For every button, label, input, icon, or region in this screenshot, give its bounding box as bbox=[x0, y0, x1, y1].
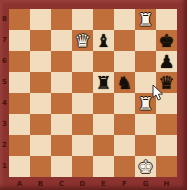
rank-label-7: 7 bbox=[0, 30, 9, 51]
square-e1[interactable] bbox=[93, 156, 114, 177]
square-c5[interactable] bbox=[51, 72, 72, 93]
black-rook-e5[interactable]: ♜ bbox=[93, 72, 114, 93]
square-c6[interactable] bbox=[51, 51, 72, 72]
file-label-c: C bbox=[51, 178, 72, 190]
square-e5[interactable]: ♜ bbox=[93, 72, 114, 93]
square-d3[interactable] bbox=[72, 114, 93, 135]
square-h2[interactable] bbox=[156, 135, 177, 156]
square-b5[interactable] bbox=[30, 72, 51, 93]
square-c8[interactable] bbox=[51, 9, 72, 30]
square-c4[interactable] bbox=[51, 93, 72, 114]
square-g6[interactable] bbox=[135, 51, 156, 72]
square-c3[interactable] bbox=[51, 114, 72, 135]
square-h3[interactable] bbox=[156, 114, 177, 135]
square-f6[interactable] bbox=[114, 51, 135, 72]
square-b2[interactable] bbox=[30, 135, 51, 156]
square-d1[interactable] bbox=[72, 156, 93, 177]
square-e6[interactable] bbox=[93, 51, 114, 72]
square-g1[interactable]: ♚ bbox=[135, 156, 156, 177]
square-e4[interactable] bbox=[93, 93, 114, 114]
square-b6[interactable] bbox=[30, 51, 51, 72]
black-knight-f5[interactable]: ♞ bbox=[114, 72, 135, 93]
square-h6[interactable]: ♟ bbox=[156, 51, 177, 72]
square-g4[interactable]: ♜ bbox=[135, 93, 156, 114]
square-c2[interactable] bbox=[51, 135, 72, 156]
square-a7[interactable] bbox=[9, 30, 30, 51]
black-queen-h5[interactable]: ♛ bbox=[156, 72, 177, 93]
square-f3[interactable] bbox=[114, 114, 135, 135]
square-h8[interactable] bbox=[156, 9, 177, 30]
rank-label-1: 1 bbox=[0, 156, 9, 177]
square-c7[interactable] bbox=[51, 30, 72, 51]
chess-board-frame: ♜♛♝♚♟♜♞♛♜♚ 87654321 ABCDEFGH bbox=[0, 0, 187, 190]
square-b7[interactable] bbox=[30, 30, 51, 51]
square-f4[interactable] bbox=[114, 93, 135, 114]
square-f7[interactable] bbox=[114, 30, 135, 51]
square-b1[interactable] bbox=[30, 156, 51, 177]
file-label-h: H bbox=[156, 178, 177, 190]
square-h5[interactable]: ♛ bbox=[156, 72, 177, 93]
square-d6[interactable] bbox=[72, 51, 93, 72]
square-e7[interactable]: ♝ bbox=[93, 30, 114, 51]
rank-label-8: 8 bbox=[0, 9, 9, 30]
square-a1[interactable] bbox=[9, 156, 30, 177]
square-d5[interactable] bbox=[72, 72, 93, 93]
square-a2[interactable] bbox=[9, 135, 30, 156]
square-e3[interactable] bbox=[93, 114, 114, 135]
rank-label-5: 5 bbox=[0, 72, 9, 93]
square-f1[interactable] bbox=[114, 156, 135, 177]
square-h7[interactable]: ♚ bbox=[156, 30, 177, 51]
square-d8[interactable] bbox=[72, 9, 93, 30]
square-h4[interactable] bbox=[156, 93, 177, 114]
white-rook-g8[interactable]: ♜ bbox=[135, 9, 156, 30]
square-g5[interactable] bbox=[135, 72, 156, 93]
square-b8[interactable] bbox=[30, 9, 51, 30]
black-bishop-e7[interactable]: ♝ bbox=[93, 30, 114, 51]
square-f8[interactable] bbox=[114, 9, 135, 30]
square-g8[interactable]: ♜ bbox=[135, 9, 156, 30]
square-b3[interactable] bbox=[30, 114, 51, 135]
file-label-e: E bbox=[93, 178, 114, 190]
square-a5[interactable] bbox=[9, 72, 30, 93]
square-a3[interactable] bbox=[9, 114, 30, 135]
file-label-b: B bbox=[30, 178, 51, 190]
square-a8[interactable] bbox=[9, 9, 30, 30]
rank-label-4: 4 bbox=[0, 93, 9, 114]
square-f2[interactable] bbox=[114, 135, 135, 156]
file-label-g: G bbox=[135, 178, 156, 190]
rank-label-3: 3 bbox=[0, 114, 9, 135]
square-f5[interactable]: ♞ bbox=[114, 72, 135, 93]
square-b4[interactable] bbox=[30, 93, 51, 114]
file-label-f: F bbox=[114, 178, 135, 190]
black-pawn-h6[interactable]: ♟ bbox=[156, 51, 177, 72]
square-c1[interactable] bbox=[51, 156, 72, 177]
black-king-h7[interactable]: ♚ bbox=[156, 30, 177, 51]
rank-label-2: 2 bbox=[0, 135, 9, 156]
file-label-d: D bbox=[72, 178, 93, 190]
square-h1[interactable] bbox=[156, 156, 177, 177]
chess-board: ♜♛♝♚♟♜♞♛♜♚ bbox=[9, 9, 177, 177]
square-g3[interactable] bbox=[135, 114, 156, 135]
file-label-a: A bbox=[9, 178, 30, 190]
square-a6[interactable] bbox=[9, 51, 30, 72]
square-g7[interactable] bbox=[135, 30, 156, 51]
square-d4[interactable] bbox=[72, 93, 93, 114]
white-queen-d7[interactable]: ♛ bbox=[72, 30, 93, 51]
square-g2[interactable] bbox=[135, 135, 156, 156]
square-a4[interactable] bbox=[9, 93, 30, 114]
square-d7[interactable]: ♛ bbox=[72, 30, 93, 51]
rank-label-6: 6 bbox=[0, 51, 9, 72]
square-d2[interactable] bbox=[72, 135, 93, 156]
square-e2[interactable] bbox=[93, 135, 114, 156]
white-king-g1[interactable]: ♚ bbox=[135, 156, 156, 177]
white-rook-g4[interactable]: ♜ bbox=[135, 93, 156, 114]
square-e8[interactable] bbox=[93, 9, 114, 30]
